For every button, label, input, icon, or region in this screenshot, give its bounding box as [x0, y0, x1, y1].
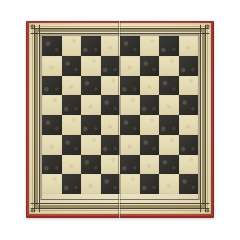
- square-d2[interactable]: [101, 155, 121, 175]
- square-c8[interactable]: [81, 36, 101, 56]
- square-h6[interactable]: [179, 76, 199, 96]
- square-h7[interactable]: [179, 56, 199, 76]
- square-f3[interactable]: [140, 135, 160, 155]
- square-h4[interactable]: [179, 115, 199, 135]
- square-f4[interactable]: [140, 115, 160, 135]
- square-b2[interactable]: [62, 155, 82, 175]
- square-e7[interactable]: [120, 56, 140, 76]
- square-f7[interactable]: [140, 56, 160, 76]
- square-h1[interactable]: [179, 174, 199, 194]
- square-a5[interactable]: [42, 95, 62, 115]
- square-a6[interactable]: [42, 76, 62, 96]
- square-e4[interactable]: [120, 115, 140, 135]
- square-f2[interactable]: [140, 155, 160, 175]
- square-e3[interactable]: [120, 135, 140, 155]
- square-f1[interactable]: [140, 174, 160, 194]
- square-a7[interactable]: [42, 56, 62, 76]
- square-c7[interactable]: [81, 56, 101, 76]
- square-e1[interactable]: [120, 174, 140, 194]
- folding-checkerboard: [26, 21, 214, 218]
- square-b7[interactable]: [62, 56, 82, 76]
- square-d5[interactable]: [101, 95, 121, 115]
- square-g3[interactable]: [159, 135, 179, 155]
- square-a2[interactable]: [42, 155, 62, 175]
- square-e6[interactable]: [120, 76, 140, 96]
- square-g2[interactable]: [159, 155, 179, 175]
- square-b3[interactable]: [62, 135, 82, 155]
- square-c5[interactable]: [81, 95, 101, 115]
- square-h2[interactable]: [179, 155, 199, 175]
- square-a3[interactable]: [42, 135, 62, 155]
- square-e8[interactable]: [120, 36, 140, 56]
- square-c3[interactable]: [81, 135, 101, 155]
- square-d7[interactable]: [101, 56, 121, 76]
- square-a1[interactable]: [42, 174, 62, 194]
- square-b6[interactable]: [62, 76, 82, 96]
- photo-background: [0, 0, 240, 240]
- square-g8[interactable]: [159, 36, 179, 56]
- square-c4[interactable]: [81, 115, 101, 135]
- square-c2[interactable]: [81, 155, 101, 175]
- square-g5[interactable]: [159, 95, 179, 115]
- square-e5[interactable]: [120, 95, 140, 115]
- square-f5[interactable]: [140, 95, 160, 115]
- square-d8[interactable]: [101, 36, 121, 56]
- square-c1[interactable]: [81, 174, 101, 194]
- square-b1[interactable]: [62, 174, 82, 194]
- square-d1[interactable]: [101, 174, 121, 194]
- square-h8[interactable]: [179, 36, 199, 56]
- square-g7[interactable]: [159, 56, 179, 76]
- square-e2[interactable]: [120, 155, 140, 175]
- square-d4[interactable]: [101, 115, 121, 135]
- square-h3[interactable]: [179, 135, 199, 155]
- square-g1[interactable]: [159, 174, 179, 194]
- square-c6[interactable]: [81, 76, 101, 96]
- square-a8[interactable]: [42, 36, 62, 56]
- checkerboard-grid: [42, 36, 198, 194]
- square-g6[interactable]: [159, 76, 179, 96]
- square-d6[interactable]: [101, 76, 121, 96]
- square-f6[interactable]: [140, 76, 160, 96]
- square-g4[interactable]: [159, 115, 179, 135]
- square-b5[interactable]: [62, 95, 82, 115]
- square-b4[interactable]: [62, 115, 82, 135]
- board-face: [29, 23, 211, 214]
- square-b8[interactable]: [62, 36, 82, 56]
- square-f8[interactable]: [140, 36, 160, 56]
- square-a4[interactable]: [42, 115, 62, 135]
- square-d3[interactable]: [101, 135, 121, 155]
- square-h5[interactable]: [179, 95, 199, 115]
